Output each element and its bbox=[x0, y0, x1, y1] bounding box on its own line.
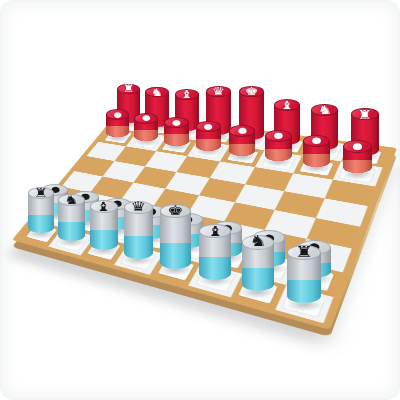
start-pad bbox=[340, 165, 375, 182]
piece-top: ♛ bbox=[206, 86, 231, 97]
start-pad bbox=[236, 133, 266, 147]
bishop-silhouette-icon: ♝ bbox=[180, 89, 193, 100]
start-pad bbox=[55, 232, 87, 251]
start-pad bbox=[143, 121, 171, 134]
start-pad bbox=[70, 214, 101, 232]
start-pad bbox=[204, 129, 233, 143]
piece-top: ♜ bbox=[117, 84, 140, 94]
board-grid bbox=[19, 115, 389, 324]
start-pad bbox=[171, 237, 206, 258]
start-pad bbox=[227, 148, 258, 163]
start-pad bbox=[162, 139, 191, 153]
rook-silhouette-icon: ♜ bbox=[357, 108, 372, 120]
piece-top: ♝ bbox=[175, 89, 199, 100]
piece-top: ♚ bbox=[239, 86, 264, 98]
start-pad bbox=[26, 224, 57, 242]
chess-set-photo: Wooden chess set product photo: tilted p… bbox=[0, 0, 400, 400]
start-pad bbox=[40, 207, 70, 224]
start-pad bbox=[209, 246, 246, 268]
start-pad bbox=[348, 148, 382, 164]
start-pad bbox=[121, 249, 156, 270]
piece-top: ♞ bbox=[145, 87, 168, 98]
start-pad bbox=[87, 240, 120, 260]
start-pad bbox=[300, 159, 334, 175]
start-pad bbox=[101, 221, 133, 240]
start-pad bbox=[284, 290, 325, 317]
start-pad bbox=[196, 268, 233, 292]
start-pad bbox=[157, 258, 193, 281]
king-silhouette-icon: ♚ bbox=[245, 86, 259, 97]
start-pad bbox=[250, 256, 288, 280]
rook-silhouette-icon: ♜ bbox=[123, 84, 135, 94]
start-pad bbox=[135, 229, 169, 249]
bishop-silhouette-icon: ♝ bbox=[280, 99, 294, 111]
start-pad bbox=[104, 130, 131, 143]
start-pad bbox=[115, 117, 142, 129]
start-pad bbox=[132, 135, 160, 148]
start-pad bbox=[308, 143, 341, 158]
knight-silhouette-icon: ♞ bbox=[151, 87, 164, 97]
start-pad bbox=[238, 279, 277, 304]
knight-silhouette-icon: ♞ bbox=[317, 104, 332, 116]
piece-top: ♝ bbox=[274, 99, 300, 111]
start-pad bbox=[271, 138, 303, 153]
piece-top: ♜ bbox=[351, 108, 379, 121]
start-pad bbox=[173, 125, 201, 138]
queen-silhouette-icon: ♛ bbox=[212, 86, 225, 97]
start-pad bbox=[193, 144, 223, 158]
piece-top: ♞ bbox=[311, 104, 338, 116]
start-pad bbox=[262, 154, 294, 170]
